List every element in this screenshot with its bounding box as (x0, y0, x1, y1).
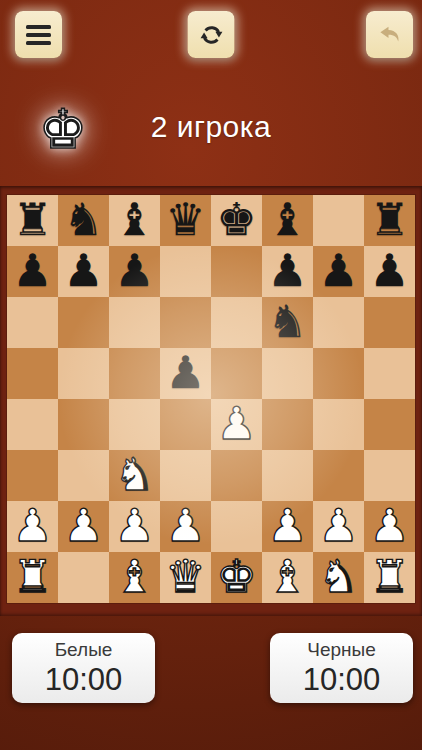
square-g1[interactable]: ♞ (313, 552, 364, 603)
square-h8[interactable]: ♜ (364, 195, 415, 246)
square-e7[interactable] (211, 246, 262, 297)
square-f4[interactable] (262, 399, 313, 450)
piece-white-pawn: ♟ (369, 503, 409, 548)
square-d8[interactable]: ♛ (160, 195, 211, 246)
square-e6[interactable] (211, 297, 262, 348)
hamburger-icon (26, 25, 51, 45)
game-mode-header: ♚ 2 игрока (0, 92, 422, 168)
square-a7[interactable]: ♟ (7, 246, 58, 297)
square-c7[interactable]: ♟ (109, 246, 160, 297)
square-b5[interactable] (58, 348, 109, 399)
piece-white-pawn: ♟ (63, 503, 103, 548)
square-d7[interactable] (160, 246, 211, 297)
piece-white-pawn: ♟ (165, 503, 205, 548)
piece-white-pawn: ♟ (318, 503, 358, 548)
square-f1[interactable]: ♝ (262, 552, 313, 603)
piece-white-rook: ♜ (12, 554, 52, 599)
piece-white-king: ♚ (216, 554, 256, 599)
square-a3[interactable] (7, 450, 58, 501)
piece-black-pawn: ♟ (114, 248, 154, 293)
square-e8[interactable]: ♚ (211, 195, 262, 246)
piece-white-pawn: ♟ (114, 503, 154, 548)
square-e5[interactable] (211, 348, 262, 399)
app-screen: ♚ 2 игрока ♜♞♝♛♚♝♜♟♟♟♟♟♟♞♟♟♞♟♟♟♟♟♟♟♜♝♛♚♝… (0, 0, 422, 750)
square-b6[interactable] (58, 297, 109, 348)
square-c4[interactable] (109, 399, 160, 450)
piece-black-pawn: ♟ (165, 350, 205, 395)
square-a6[interactable] (7, 297, 58, 348)
square-d6[interactable] (160, 297, 211, 348)
square-c1[interactable]: ♝ (109, 552, 160, 603)
black-clock-time: 10:00 (303, 662, 381, 698)
piece-white-knight: ♞ (114, 452, 154, 497)
undo-move-button[interactable] (366, 11, 413, 58)
square-h1[interactable]: ♜ (364, 552, 415, 603)
square-b2[interactable]: ♟ (58, 501, 109, 552)
square-f6[interactable]: ♞ (262, 297, 313, 348)
piece-black-pawn: ♟ (318, 248, 358, 293)
square-h2[interactable]: ♟ (364, 501, 415, 552)
square-d5[interactable]: ♟ (160, 348, 211, 399)
piece-black-pawn: ♟ (12, 248, 52, 293)
square-c5[interactable] (109, 348, 160, 399)
square-e4[interactable]: ♟ (211, 399, 262, 450)
square-e3[interactable] (211, 450, 262, 501)
square-g4[interactable] (313, 399, 364, 450)
menu-button[interactable] (15, 11, 62, 58)
square-g2[interactable]: ♟ (313, 501, 364, 552)
piece-white-knight: ♞ (318, 554, 358, 599)
square-h6[interactable] (364, 297, 415, 348)
piece-black-rook: ♜ (12, 197, 52, 242)
square-c2[interactable]: ♟ (109, 501, 160, 552)
square-f5[interactable] (262, 348, 313, 399)
piece-black-bishop: ♝ (267, 197, 307, 242)
clocks-row: Белые 10:00 Черные 10:00 (0, 633, 422, 703)
white-clock-time: 10:00 (45, 662, 123, 698)
square-f3[interactable] (262, 450, 313, 501)
piece-black-pawn: ♟ (63, 248, 103, 293)
game-mode-title: 2 игрока (0, 110, 422, 144)
square-a4[interactable] (7, 399, 58, 450)
piece-black-pawn: ♟ (369, 248, 409, 293)
square-f2[interactable]: ♟ (262, 501, 313, 552)
piece-white-pawn: ♟ (216, 401, 256, 446)
piece-black-knight: ♞ (267, 299, 307, 344)
white-clock[interactable]: Белые 10:00 (12, 633, 155, 703)
square-a2[interactable]: ♟ (7, 501, 58, 552)
piece-white-rook: ♜ (369, 554, 409, 599)
board-frame: ♜♞♝♛♚♝♜♟♟♟♟♟♟♞♟♟♞♟♟♟♟♟♟♟♜♝♛♚♝♞♜ (0, 186, 422, 616)
square-a5[interactable] (7, 348, 58, 399)
square-b4[interactable] (58, 399, 109, 450)
square-d2[interactable]: ♟ (160, 501, 211, 552)
piece-black-pawn: ♟ (267, 248, 307, 293)
chess-board: ♜♞♝♛♚♝♜♟♟♟♟♟♟♞♟♟♞♟♟♟♟♟♟♟♜♝♛♚♝♞♜ (7, 195, 415, 603)
piece-white-pawn: ♟ (12, 503, 52, 548)
square-b3[interactable] (58, 450, 109, 501)
piece-white-bishop: ♝ (114, 554, 154, 599)
white-clock-label: Белые (55, 639, 113, 662)
piece-black-bishop: ♝ (114, 197, 154, 242)
square-h5[interactable] (364, 348, 415, 399)
square-g5[interactable] (313, 348, 364, 399)
black-clock-label: Черные (307, 639, 376, 662)
undo-arrow-icon (376, 21, 403, 48)
piece-black-knight: ♞ (63, 197, 103, 242)
square-g7[interactable]: ♟ (313, 246, 364, 297)
square-c3[interactable]: ♞ (109, 450, 160, 501)
square-d4[interactable] (160, 399, 211, 450)
square-h3[interactable] (364, 450, 415, 501)
square-b8[interactable]: ♞ (58, 195, 109, 246)
square-b1[interactable] (58, 552, 109, 603)
piece-white-bishop: ♝ (267, 554, 307, 599)
piece-white-queen: ♛ (165, 554, 205, 599)
square-e1[interactable]: ♚ (211, 552, 262, 603)
refresh-icon (197, 21, 225, 49)
square-g8[interactable] (313, 195, 364, 246)
square-b7[interactable]: ♟ (58, 246, 109, 297)
square-f8[interactable]: ♝ (262, 195, 313, 246)
square-a1[interactable]: ♜ (7, 552, 58, 603)
black-clock[interactable]: Черные 10:00 (270, 633, 413, 703)
new-game-button[interactable] (188, 11, 235, 58)
square-c8[interactable]: ♝ (109, 195, 160, 246)
square-h4[interactable] (364, 399, 415, 450)
square-e2[interactable] (211, 501, 262, 552)
square-g6[interactable] (313, 297, 364, 348)
piece-black-rook: ♜ (369, 197, 409, 242)
piece-black-queen: ♛ (165, 197, 205, 242)
square-d1[interactable]: ♛ (160, 552, 211, 603)
square-c6[interactable] (109, 297, 160, 348)
square-f7[interactable]: ♟ (262, 246, 313, 297)
square-a8[interactable]: ♜ (7, 195, 58, 246)
piece-black-king: ♚ (216, 197, 256, 242)
square-g3[interactable] (313, 450, 364, 501)
square-d3[interactable] (160, 450, 211, 501)
piece-white-pawn: ♟ (267, 503, 307, 548)
square-h7[interactable]: ♟ (364, 246, 415, 297)
